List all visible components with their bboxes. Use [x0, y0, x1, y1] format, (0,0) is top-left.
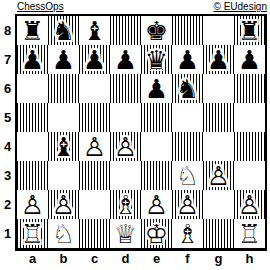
square-a4[interactable] [17, 132, 48, 161]
square-g1[interactable] [203, 219, 234, 248]
file-label-b: b [48, 251, 79, 266]
square-c4[interactable]: ♟♙ [79, 132, 110, 161]
piece-halo: ♟ [79, 45, 110, 74]
credit-link[interactable]: © EUdesign [213, 1, 267, 12]
piece-halo: ♟ [48, 190, 79, 219]
rank-labels: 87654321 [0, 16, 15, 248]
piece-halo: ♟ [17, 45, 48, 74]
piece-halo: ♞ [48, 219, 79, 248]
piece-halo: ♝ [110, 190, 141, 219]
piece-white-pawn: ♙ [172, 190, 203, 219]
piece-black-knight: ♞ [48, 16, 79, 45]
piece-black-pawn: ♟ [17, 45, 48, 74]
piece-white-bishop: ♗ [172, 219, 203, 248]
square-a6[interactable] [17, 74, 48, 103]
square-d6[interactable] [110, 74, 141, 103]
piece-white-knight: ♘ [48, 219, 79, 248]
square-c3[interactable] [79, 161, 110, 190]
square-f3[interactable]: ♞♘ [172, 161, 203, 190]
piece-halo: ♟ [172, 45, 203, 74]
piece-halo: ♚ [141, 16, 172, 45]
square-e1[interactable]: ♚♔ [141, 219, 172, 248]
piece-halo: ♚ [141, 219, 172, 248]
piece-black-bishop: ♝ [79, 16, 110, 45]
square-c8[interactable]: ♝♝ [79, 16, 110, 45]
rank-label-1: 1 [0, 219, 15, 248]
piece-black-pawn: ♟ [203, 45, 234, 74]
piece-halo: ♝ [79, 16, 110, 45]
square-e6[interactable]: ♟♟ [141, 74, 172, 103]
piece-white-bishop: ♗ [110, 190, 141, 219]
piece-white-king: ♔ [141, 219, 172, 248]
piece-halo: ♟ [17, 190, 48, 219]
square-c7[interactable]: ♟♟ [79, 45, 110, 74]
square-f6[interactable]: ♞♞ [172, 74, 203, 103]
square-g8[interactable] [203, 16, 234, 45]
piece-halo: ♛ [141, 45, 172, 74]
piece-black-pawn: ♟ [48, 45, 79, 74]
square-b8[interactable]: ♞♞ [48, 16, 79, 45]
square-e3[interactable] [141, 161, 172, 190]
square-h5[interactable] [234, 103, 265, 132]
rank-label-7: 7 [0, 45, 15, 74]
square-e4[interactable] [141, 132, 172, 161]
square-c2[interactable] [79, 190, 110, 219]
square-h2[interactable]: ♟♙ [234, 190, 265, 219]
rank-label-6: 6 [0, 74, 15, 103]
piece-halo: ♟ [234, 190, 265, 219]
piece-white-pawn: ♙ [141, 190, 172, 219]
piece-halo: ♞ [172, 161, 203, 190]
rank-label-5: 5 [0, 103, 15, 132]
piece-halo: ♟ [203, 161, 234, 190]
file-labels: abcdefgh [17, 251, 265, 266]
square-h3[interactable] [234, 161, 265, 190]
piece-halo: ♝ [172, 219, 203, 248]
square-e7[interactable]: ♛♛ [141, 45, 172, 74]
piece-halo: ♟ [141, 74, 172, 103]
square-a5[interactable] [17, 103, 48, 132]
file-label-e: e [141, 251, 172, 266]
square-b4[interactable]: ♝♝ [48, 132, 79, 161]
square-f1[interactable]: ♝♗ [172, 219, 203, 248]
piece-halo: ♝ [48, 132, 79, 161]
piece-black-pawn: ♟ [79, 45, 110, 74]
square-h7[interactable]: ♟♟ [234, 45, 265, 74]
square-d5[interactable] [110, 103, 141, 132]
piece-halo: ♟ [48, 45, 79, 74]
piece-halo: ♟ [110, 132, 141, 161]
square-h6[interactable] [234, 74, 265, 103]
piece-halo: ♜ [17, 219, 48, 248]
piece-halo: ♜ [17, 16, 48, 45]
piece-halo: ♜ [234, 219, 265, 248]
piece-black-pawn: ♟ [141, 74, 172, 103]
piece-black-king: ♚ [141, 16, 172, 45]
app-title-link[interactable]: ChessOps [17, 1, 64, 12]
square-e8[interactable]: ♚♚ [141, 16, 172, 45]
file-label-g: g [203, 251, 234, 266]
piece-halo: ♟ [110, 45, 141, 74]
piece-halo: ♞ [48, 16, 79, 45]
square-c6[interactable] [79, 74, 110, 103]
square-e2[interactable]: ♟♙ [141, 190, 172, 219]
square-f7[interactable]: ♟♟ [172, 45, 203, 74]
rank-label-2: 2 [0, 190, 15, 219]
file-label-h: h [234, 251, 265, 266]
file-label-c: c [79, 251, 110, 266]
square-f2[interactable]: ♟♙ [172, 190, 203, 219]
piece-black-pawn: ♟ [172, 45, 203, 74]
square-a2[interactable]: ♟♙ [17, 190, 48, 219]
square-a1[interactable]: ♜♖ [17, 219, 48, 248]
square-h4[interactable] [234, 132, 265, 161]
piece-halo: ♟ [234, 45, 265, 74]
square-d1[interactable]: ♛♕ [110, 219, 141, 248]
file-label-f: f [172, 251, 203, 266]
piece-white-pawn: ♙ [17, 190, 48, 219]
square-d3[interactable] [110, 161, 141, 190]
square-a3[interactable] [17, 161, 48, 190]
square-b2[interactable]: ♟♙ [48, 190, 79, 219]
file-label-d: d [110, 251, 141, 266]
square-a8[interactable]: ♜♜ [17, 16, 48, 45]
square-b5[interactable] [48, 103, 79, 132]
square-f8[interactable] [172, 16, 203, 45]
square-d7[interactable]: ♟♟ [110, 45, 141, 74]
square-h8[interactable]: ♜♜ [234, 16, 265, 45]
piece-white-pawn: ♙ [79, 132, 110, 161]
square-b3[interactable] [48, 161, 79, 190]
chess-diagram: ChessOps © EUdesign 87654321 ♜♜♞♞♝♝♚♚♜♜♟… [0, 0, 270, 270]
square-a7[interactable]: ♟♟ [17, 45, 48, 74]
piece-black-knight: ♞ [172, 74, 203, 103]
piece-halo: ♞ [172, 74, 203, 103]
piece-black-rook: ♜ [234, 16, 265, 45]
piece-white-pawn: ♙ [203, 161, 234, 190]
piece-halo: ♟ [172, 190, 203, 219]
piece-white-pawn: ♙ [234, 190, 265, 219]
square-d2[interactable]: ♝♗ [110, 190, 141, 219]
square-g7[interactable]: ♟♟ [203, 45, 234, 74]
piece-halo: ♟ [141, 190, 172, 219]
rank-label-8: 8 [0, 16, 15, 45]
square-g6[interactable] [203, 74, 234, 103]
piece-white-queen: ♕ [110, 219, 141, 248]
square-b7[interactable]: ♟♟ [48, 45, 79, 74]
piece-black-pawn: ♟ [110, 45, 141, 74]
square-g5[interactable] [203, 103, 234, 132]
square-c5[interactable] [79, 103, 110, 132]
piece-white-knight: ♘ [172, 161, 203, 190]
square-e5[interactable] [141, 103, 172, 132]
file-label-a: a [17, 251, 48, 266]
piece-white-rook: ♖ [234, 219, 265, 248]
piece-black-pawn: ♟ [234, 45, 265, 74]
square-d4[interactable]: ♟♙ [110, 132, 141, 161]
square-b6[interactable] [48, 74, 79, 103]
square-c1[interactable] [79, 219, 110, 248]
piece-black-bishop: ♝ [48, 132, 79, 161]
rank-label-3: 3 [0, 161, 15, 190]
piece-black-rook: ♜ [17, 16, 48, 45]
square-f4[interactable] [172, 132, 203, 161]
piece-halo: ♜ [234, 16, 265, 45]
piece-halo: ♛ [110, 219, 141, 248]
square-g4[interactable] [203, 132, 234, 161]
square-g3[interactable]: ♟♙ [203, 161, 234, 190]
piece-white-rook: ♖ [17, 219, 48, 248]
rank-label-4: 4 [0, 132, 15, 161]
square-b1[interactable]: ♞♘ [48, 219, 79, 248]
piece-white-pawn: ♙ [110, 132, 141, 161]
piece-halo: ♟ [203, 45, 234, 74]
square-f5[interactable] [172, 103, 203, 132]
square-h1[interactable]: ♜♖ [234, 219, 265, 248]
piece-halo: ♟ [79, 132, 110, 161]
chess-board: ♜♜♞♞♝♝♚♚♜♜♟♟♟♟♟♟♟♟♛♛♟♟♟♟♟♟♟♟♞♞♝♝♟♙♟♙♞♘♟♙… [15, 14, 267, 251]
square-d8[interactable] [110, 16, 141, 45]
piece-white-pawn: ♙ [48, 190, 79, 219]
piece-black-queen: ♛ [141, 45, 172, 74]
header: ChessOps © EUdesign [0, 0, 270, 14]
square-g2[interactable] [203, 190, 234, 219]
